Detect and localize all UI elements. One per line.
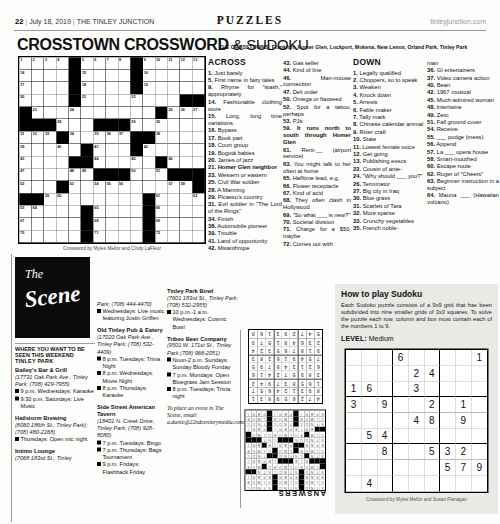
sudoku-cell-r1c1[interactable] [346,350,362,366]
crossword-cell-r9c1[interactable]: 43 [20,156,32,168]
crossword-cell-r9c14[interactable] [180,156,192,168]
answer-letter: A [310,444,315,448]
down-clue-11: 11. Lowest female voice [353,143,426,150]
crossword-cell-r6c11[interactable] [143,119,155,131]
crossword-cell-r12c6[interactable] [81,193,93,205]
sudoku-cell-r7c2[interactable] [362,444,378,460]
crossword-cell-r13c13[interactable] [168,206,180,218]
crossword-cell-r3c13[interactable] [168,82,180,94]
crossword-cell-r12c9[interactable] [118,193,130,205]
crossword-cell-r13c1[interactable]: 63 [20,206,32,218]
crossword-cell-r15c5[interactable] [69,230,81,242]
sudoku-cell-r3c8[interactable] [456,381,472,397]
crossword-cell-r15c9[interactable] [118,230,130,242]
across-clue-67: 67. Kind of acid [283,189,351,196]
crossword-cell-r1c9[interactable]: 8 [118,58,130,70]
crossword-cell-r11c8[interactable]: 55 [106,181,118,193]
crossword-cell-r14c9[interactable] [118,218,130,230]
crossword-cell-r12c4[interactable]: 60 [57,193,69,205]
crossword-cell-r7c7[interactable]: 35 [94,132,106,144]
crossword-cell-r15c4[interactable] [57,230,69,242]
crossword-cell-r14c5[interactable] [69,218,81,230]
crossword-cell-r13c9[interactable] [118,206,130,218]
scene-listings-column-2: Park; (708) 444-4470)Wednesdays: Live mu… [97,300,165,524]
crossword-cell-r9c10[interactable]: 45 [131,156,143,168]
crossword-cell-r11c13[interactable]: 57 [168,181,180,193]
crossword-cell-r15c2[interactable] [32,230,44,242]
crossword-cell-r8c7[interactable]: 41 [94,144,106,156]
crossword-cell-r3c3[interactable] [44,82,56,94]
sudoku-answer-cell-r7c9: 4 [249,346,257,354]
sudoku-cell-r1c5[interactable] [409,350,425,366]
answer-letter: A [310,412,315,416]
crossword-cell-r11c12[interactable] [155,181,167,193]
sudoku-cell-r6c5[interactable] [409,428,425,444]
crossword-cell-r11c5[interactable]: 53 [69,181,81,193]
crossword-cell-r1c15[interactable]: 13 [192,58,204,70]
crossword-answer-cell-r4c12: T [261,469,266,474]
crossword-cell-r6c14[interactable] [180,119,192,131]
crossword-cell-r7c5[interactable]: 34 [69,132,81,144]
sudoku-cell-r2c4[interactable] [393,366,409,382]
sudoku-cell-r3c7[interactable] [440,381,456,397]
sudoku-cell-r4c9[interactable] [471,397,487,413]
crossword-byline: Crossword by Myles Mellor and Cindy LaFl… [18,245,206,252]
crossword-cell-r15c10[interactable] [131,230,143,242]
crossword-cell-r10c10[interactable]: 50 [131,169,143,181]
crossword-cell-r3c6[interactable]: 18 [81,82,93,94]
sudoku-answer-cell-r3c4: 8 [290,379,298,387]
sudoku-cell-r5c2[interactable] [362,413,378,429]
crossword-cell-r4c6[interactable]: 21 [81,95,93,107]
crossword-cell-r7c15[interactable] [192,132,204,144]
clue-number-7: 7 [107,58,109,63]
crossword-cell-r10c2[interactable] [32,169,44,181]
crossword-cell-r2c11[interactable]: 16 [143,70,155,82]
crossword-cell-r12c13[interactable] [168,193,180,205]
across-clue-50: 50. Omega or flaxseed [283,95,351,102]
sudoku-cell-r9c3[interactable] [377,476,393,492]
sudoku-cell-r5c1[interactable] [346,413,362,429]
crossword-cell-r5c10[interactable] [131,107,143,119]
crossword-cell-r13c6 [81,206,93,218]
crossword-cell-r4c12[interactable] [155,95,167,107]
crossword-cell-r8c1[interactable]: 39 [20,144,32,156]
crossword-answer-cell-r5c10: E [272,464,277,469]
crossword-cell-r3c4[interactable] [57,82,69,94]
crossword-answer-cell-r10c7 [288,437,293,442]
crossword-cell-r13c12[interactable]: 66 [155,206,167,218]
crossword-cell-r3c8[interactable] [106,82,118,94]
across-clue-46: 46. Man-mouse connection [283,74,351,88]
crossword-cell-r5c9[interactable] [118,107,130,119]
crossword-cell-r9c15[interactable] [192,156,204,168]
crossword-cell-r4c7[interactable] [94,95,106,107]
down-clue-32: 32. More sparse [353,209,426,216]
crossword-cell-r2c1[interactable]: 14 [20,70,32,82]
crossword-cell-r9c2[interactable] [32,156,44,168]
crossword-cell-r7c9[interactable]: 37 [118,132,130,144]
sudoku-cell-r9c5[interactable] [409,476,425,492]
sudoku-cell-r2c2[interactable] [362,366,378,382]
crossword-cell-r3c14[interactable] [180,82,192,94]
sudoku-cell-r6c6[interactable] [424,428,440,444]
crossword-cell-r10c6[interactable]: 49 [81,169,93,181]
crossword-cell-r13c2[interactable]: 64 [32,206,44,218]
crossword-cell-r8c5[interactable] [69,144,81,156]
sudoku-cell-r2c9[interactable] [471,366,487,382]
crossword-cell-r5c4[interactable] [57,107,69,119]
sudoku-cell-r9c4[interactable] [393,476,409,492]
clue-number-18: 18 [82,82,86,87]
crossword-cell-r4c4[interactable] [57,95,69,107]
crossword-cell-r11c2[interactable] [32,181,44,193]
clue-number-label: 11. [353,143,361,150]
crossword-cell-r6c12[interactable]: 30 [155,119,167,131]
crossword-cell-r12c12[interactable]: 61 [155,193,167,205]
across-clue-5: 5. First name in fairy tales [208,76,282,83]
crossword-cell-r1c6[interactable]: 5 [81,58,93,70]
sudoku-cell-r2c3[interactable] [377,366,393,382]
crossword-cell-r15c7[interactable]: 71 [94,230,106,242]
crossword-cell-r6c10[interactable]: 29 [131,119,143,131]
crossword-cell-r2c12[interactable] [155,70,167,82]
sudoku-cell-r4c2[interactable] [362,397,378,413]
sudoku-answer-cell-r8c9: 9 [249,338,257,346]
crossword-cell-r8c14[interactable] [180,144,192,156]
crossword-cell-r9c7[interactable]: 44 [94,156,106,168]
crossword-cell-r14c15[interactable] [192,218,204,230]
crossword-cell-r4c2[interactable] [32,95,44,107]
sudoku-cell-r1c7[interactable] [440,350,456,366]
sudoku-cell-r4c7[interactable] [440,397,456,413]
crossword-cell-r4c11[interactable] [143,95,155,107]
crossword-answer-cell-r12c14: R [251,426,256,431]
crossword-cell-r8c4[interactable]: 40 [57,144,69,156]
sudoku-cell-r3c9[interactable] [471,381,487,397]
sudoku-cell-r1c2[interactable] [362,350,378,366]
crossword-answer-cell-r6c9 [277,458,282,463]
crossword-cell-r14c1[interactable]: 67 [20,218,32,230]
answer-letter: M [283,433,288,437]
sudoku-cell-r9c9[interactable] [471,476,487,492]
crossword-cell-r12c10[interactable] [131,193,143,205]
crossword-cell-r15c3[interactable] [44,230,56,242]
crossword-cell-r5c6[interactable] [81,107,93,119]
sudoku-cell-r8c1[interactable] [346,460,362,476]
crossword-cell-r2c9[interactable] [118,70,130,82]
crossword-cell-r1c7[interactable]: 6 [94,58,106,70]
crossword-cell-r7c2[interactable]: 32 [32,132,44,144]
crossword-cell-r8c15[interactable] [192,144,204,156]
crossword-cell-r8c9[interactable] [118,144,130,156]
sudoku-cell-r8c5[interactable] [409,460,425,476]
crossword-cell-r14c14[interactable] [180,218,192,230]
crossword-cell-r3c15[interactable] [192,82,204,94]
crossword-cell-r6c3 [44,119,56,131]
crossword-cell-r5c5[interactable]: 24 [69,107,81,119]
crossword-cell-r8c3[interactable] [44,144,56,156]
crossword-cell-r5c3[interactable] [44,107,56,119]
sudoku-cell-r5c7[interactable] [440,413,456,429]
sudoku-cell-r8c4[interactable] [393,460,409,476]
sudoku-answer-cell-r5c9: 5 [249,363,257,371]
sudoku-cell-r5c9[interactable] [471,413,487,429]
crossword-answer-cell-r3c15: I [246,474,251,479]
crossword-cell-r10c5[interactable]: 48 [69,169,81,181]
crossword-answer-cell-r10c5: C [299,437,304,442]
sudoku-cell-r9c1[interactable] [346,476,362,492]
crossword-cell-r5c7[interactable] [94,107,106,119]
crossword-cell-r9c13[interactable]: 46 [168,156,180,168]
crossword-cell-r14c10[interactable] [131,218,143,230]
clue-number-label: 1. [208,69,213,76]
crossword-answer-cell-r3c13: A [256,474,261,479]
crossword-cell-r1c3[interactable]: 3 [44,58,56,70]
clue-number-label: 48. [427,103,435,110]
crossword-cell-r13c10[interactable] [131,206,143,218]
sudoku-cell-r1c3[interactable] [377,350,393,366]
crossword-cell-r15c12[interactable]: 72 [155,230,167,242]
crossword-cell-r14c13[interactable] [168,218,180,230]
crossword-cell-r5c8[interactable] [106,107,118,119]
crossword-cell-r6c15[interactable] [192,119,204,131]
answer-letter: E [294,475,299,479]
clue-number-20: 20 [20,95,24,100]
crossword-cell-r6c13[interactable] [168,119,180,131]
crossword-cell-r5c14[interactable]: 26 [180,107,192,119]
crossword-cell-r12c7[interactable] [94,193,106,205]
crossword-cell-r2c2[interactable] [32,70,44,82]
crossword-cell-r13c7[interactable]: 65 [94,206,106,218]
crossword-cell-r9c9[interactable] [118,156,130,168]
crossword-cell-r1c13[interactable]: 11 [168,58,180,70]
crossword-cell-r7c13[interactable] [168,132,180,144]
crossword-cell-r2c3[interactable] [44,70,56,82]
sudoku-cell-r5c4[interactable] [393,413,409,429]
crossword-answer-cell-r14c13: M [256,416,261,421]
crossword-answer-cell-r15c5: I [299,411,304,416]
crossword-cell-r12c14[interactable] [180,193,192,205]
sudoku-cell-r1c8[interactable] [456,350,472,366]
crossword-cell-r3c12[interactable] [155,82,167,94]
sudoku-cell-r1c6[interactable] [424,350,440,366]
crossword-cell-r12c3[interactable]: 59 [44,193,56,205]
sudoku-cell-r6c4[interactable] [393,428,409,444]
crossword-cell-r5c13[interactable]: 25 [168,107,180,119]
scene-logo-scene: Scene [15,280,90,315]
sudoku-cell-r2c1[interactable] [346,366,362,382]
answer-letter: U [251,481,256,485]
crossword-cell-r6c5[interactable] [69,119,81,131]
crossword-cell-r7c12[interactable]: 38 [155,132,167,144]
crossword-cell-r14c2[interactable] [32,218,44,230]
square-bullet-icon [167,310,171,314]
crossword-cell-r2c6[interactable]: 15 [81,70,93,82]
sudoku-cell-r4c5[interactable] [409,397,425,413]
crossword-cell-r15c14[interactable] [180,230,192,242]
crossword-cell-r1c4[interactable]: 4 [57,58,69,70]
sudoku-cell-r7c1[interactable] [346,444,362,460]
crossword-cell-r1c1[interactable]: 1 [20,58,32,70]
crossword-cell-r6c4[interactable]: 28 [57,119,69,131]
crossword-cell-r4c10[interactable]: 22 [131,95,143,107]
crossword-cell-r1c14[interactable]: 12 [180,58,192,70]
clue-number-label: 7. [353,113,358,120]
sudoku-cell-r8c3[interactable] [377,460,393,476]
crossword-cell-r2c7[interactable] [94,70,106,82]
crossword-cell-r15c15[interactable] [192,230,204,242]
crossword-answer-cell-r4c9: D [277,469,282,474]
crossword-cell-r2c15[interactable] [192,70,204,82]
sudoku-cell-r8c6[interactable] [424,460,440,476]
sudoku-cell-r9c6[interactable] [424,476,440,492]
clue-number-37: 37 [119,132,123,137]
crossword-answer-cell-r3c12: P [261,474,266,479]
crossword-cell-r14c7[interactable]: 68 [94,218,106,230]
sudoku-cell-r9c8[interactable] [456,476,472,492]
sudoku-cell-r6c8[interactable] [456,428,472,444]
crossword-cell-r10c3[interactable] [44,169,56,181]
crossword-cell-r1c8[interactable]: 7 [106,58,118,70]
answer-letter: A [257,444,262,448]
sudoku-cell-r6c7[interactable] [440,428,456,444]
sudoku-cell-r7c9[interactable] [471,444,487,460]
crossword-cell-r12c5[interactable] [69,193,81,205]
crossword-cell-r10c11[interactable] [143,169,155,181]
crossword-cell-r9c4[interactable] [57,156,69,168]
crossword-cell-r11c6[interactable] [81,181,93,193]
down-clue-58: 58. Smart-mouthed [427,155,499,162]
crossword-cell-r10c12[interactable]: 51 [155,169,167,181]
crossword-cell-r3c7[interactable] [94,82,106,94]
crossword-cell-r2c13[interactable] [168,70,180,82]
clue-number-label: 63. [283,160,291,167]
crossword-cell-r13c8[interactable] [106,206,118,218]
crossword-cell-r15c8[interactable] [106,230,118,242]
crossword-cell-r11c1[interactable]: 52 [20,181,32,193]
sudoku-cell-r2c7[interactable] [440,366,456,382]
sudoku-cell-r9c7[interactable] [440,476,456,492]
crossword-cell-r4c8[interactable] [106,95,118,107]
crossword-cell-r8c11[interactable]: 42 [143,144,155,156]
crossword-answer-cell-r15c13: A [256,411,261,416]
crossword-cell-r14c4[interactable] [57,218,69,230]
crossword-cell-r7c3[interactable]: 33 [44,132,56,144]
crossword-cell-r13c15[interactable] [192,206,204,218]
sudoku-cell-r6c1[interactable] [346,428,362,444]
answer-letter: R [278,444,283,448]
crossword-cell-r3c2[interactable] [32,82,44,94]
crossword-cell-r14c3[interactable] [44,218,56,230]
crossword-cell-r4c3[interactable] [44,95,56,107]
crossword-cell-r11c3[interactable] [44,181,56,193]
crossword-cell-r14c8[interactable] [106,218,118,230]
crossword-cell-r10c1[interactable]: 47 [20,169,32,181]
crossword-cell-r1c11[interactable]: 9 [143,58,155,70]
crossword-cell-r6c6[interactable] [81,119,93,131]
crossword-grid[interactable]: 1234567891011121314151617181920212223242… [18,56,207,245]
crossword-cell-r2c8[interactable] [106,70,118,82]
crossword-cell-r11c14[interactable]: 58 [180,181,192,193]
clue-number-label: 24. [353,172,361,179]
sudoku-cell-r3c4[interactable] [393,381,409,397]
answer-letter: S [294,454,299,458]
crossword-cell-r8c13[interactable] [168,144,180,156]
crossword-cell-r15c1[interactable]: 70 [20,230,32,242]
crossword-cell-r13c5[interactable] [69,206,81,218]
crossword-cell-r9c11[interactable] [143,156,155,168]
website-link[interactable]: tinleyjunction.com [430,18,486,25]
sudoku-answer-cell-r2c8: 5 [257,387,265,395]
crossword-cell-r2c14[interactable] [180,70,192,82]
crossword-cell-r7c14[interactable] [180,132,192,144]
sudoku-cell-r6c9[interactable] [471,428,487,444]
sudoku-cell-r8c2[interactable] [362,460,378,476]
answer-letter: U [304,449,309,453]
crossword-cell-r9c3[interactable] [44,156,56,168]
sudoku-cell-r4c4[interactable] [393,397,409,413]
crossword-cell-r7c1[interactable]: 31 [20,132,32,144]
crossword-cell-r5c11[interactable] [143,107,155,119]
crossword-cell-r4c1[interactable]: 20 [20,95,32,107]
crossword-cell-r9c8[interactable] [106,156,118,168]
crossword-cell-r1c10 [131,58,143,70]
crossword-cell-r13c4[interactable] [57,206,69,218]
crossword-cell-r3c11[interactable]: 19 [143,82,155,94]
sudoku-grid[interactable]: 612416339214895485325794 [344,349,488,493]
crossword-cell-r3c1[interactable]: 17 [20,82,32,94]
crossword-cell-r1c2[interactable]: 2 [32,58,44,70]
crossword-cell-r7c8[interactable]: 36 [106,132,118,144]
crossword-cell-r5c15[interactable]: 27 [192,107,204,119]
crossword-cell-r11c9[interactable]: 56 [118,181,130,193]
crossword-cell-r1c12[interactable]: 10 [155,58,167,70]
crossword-cell-r12c15[interactable]: 62 [192,193,204,205]
crossword-cell-r5c2[interactable]: 23 [32,107,44,119]
sudoku-cell-r7c5[interactable] [409,444,425,460]
crossword-cell-r14c12[interactable]: 69 [155,218,167,230]
crossword-cell-r12c8[interactable] [106,193,118,205]
sudoku-cell-r7c4[interactable] [393,444,409,460]
crossword-answer-cell-r10c2: T [314,437,319,442]
crossword-cell-r11c11[interactable] [143,181,155,193]
crossword-answer-cell-r10c4: D [304,437,309,442]
level-value: Medium [367,335,394,343]
crossword-cell-r15c13[interactable] [168,230,180,242]
crossword-cell-r3c9[interactable] [118,82,130,94]
crossword-cell-r13c14[interactable] [180,206,192,218]
crossword-cell-r4c9[interactable] [118,95,130,107]
crossword-cell-r11c7[interactable]: 54 [94,181,106,193]
crossword-cell-r4c13[interactable] [168,95,180,107]
crossword-cell-r8c2[interactable] [32,144,44,156]
crossword-cell-r10c4[interactable] [57,169,69,181]
sudoku-cell-r3c6[interactable] [424,381,440,397]
crossword-cell-r8c12[interactable] [155,144,167,156]
crossword-cell-r13c3[interactable] [44,206,56,218]
crossword-cell-r2c4[interactable] [57,70,69,82]
crossword-cell-r12c2 [32,193,44,205]
sudoku-cell-r5c3[interactable] [377,413,393,429]
crossword-cell-r11c10[interactable] [131,181,143,193]
sudoku-cell-r3c3[interactable] [377,381,393,397]
sudoku-cell-r2c8[interactable] [456,366,472,382]
crossword-cell-r7c6[interactable] [81,132,93,144]
sudoku-cell-r8c7: 5 [440,460,456,476]
crossword-cell-r8c8[interactable] [106,144,118,156]
clue-number-29: 29 [131,119,135,124]
